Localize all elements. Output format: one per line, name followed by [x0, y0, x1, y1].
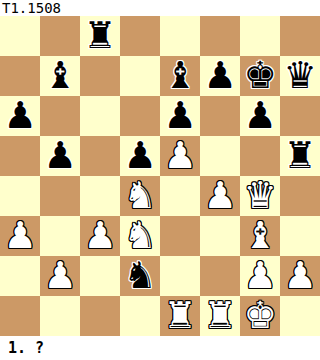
square-a5[interactable] — [0, 136, 40, 176]
square-b4[interactable] — [40, 176, 80, 216]
square-d4[interactable]: ♞ — [120, 176, 160, 216]
chess-trainer-window: T1.1508 ♜♝♝♟♚♛♟♟♟♟♟♟♜♞♟♛♟♟♞♝♟♞♟♟♜♜♚ 1. ? — [0, 0, 320, 360]
square-c3[interactable]: ♟ — [80, 216, 120, 256]
square-a2[interactable] — [0, 256, 40, 296]
square-f8[interactable] — [200, 16, 240, 56]
square-g1[interactable]: ♚ — [240, 296, 280, 336]
square-f2[interactable] — [200, 256, 240, 296]
square-b6[interactable] — [40, 96, 80, 136]
puzzle-id: T1.1508 — [0, 0, 320, 16]
chess-board: ♜♝♝♟♚♛♟♟♟♟♟♟♜♞♟♛♟♟♞♝♟♞♟♟♜♜♚ — [0, 16, 320, 336]
square-a7[interactable] — [0, 56, 40, 96]
square-d2[interactable]: ♞ — [120, 256, 160, 296]
piece-black-pawn: ♟ — [43, 136, 76, 176]
square-c5[interactable] — [80, 136, 120, 176]
square-a8[interactable] — [0, 16, 40, 56]
square-b5[interactable]: ♟ — [40, 136, 80, 176]
square-e7[interactable]: ♝ — [160, 56, 200, 96]
piece-white-pawn: ♟ — [43, 256, 76, 296]
piece-white-pawn: ♟ — [203, 176, 236, 216]
square-h6[interactable] — [280, 96, 320, 136]
square-f3[interactable] — [200, 216, 240, 256]
square-h7[interactable]: ♛ — [280, 56, 320, 96]
square-e8[interactable] — [160, 16, 200, 56]
square-g4[interactable]: ♛ — [240, 176, 280, 216]
square-c8[interactable]: ♜ — [80, 16, 120, 56]
square-b1[interactable] — [40, 296, 80, 336]
piece-black-pawn: ♟ — [163, 96, 196, 136]
square-h3[interactable] — [280, 216, 320, 256]
square-f7[interactable]: ♟ — [200, 56, 240, 96]
square-d7[interactable] — [120, 56, 160, 96]
square-d1[interactable] — [120, 296, 160, 336]
piece-black-bishop: ♝ — [43, 56, 76, 96]
square-e1[interactable]: ♜ — [160, 296, 200, 336]
piece-white-queen: ♛ — [243, 176, 276, 216]
piece-white-bishop: ♝ — [243, 216, 276, 256]
square-b2[interactable]: ♟ — [40, 256, 80, 296]
piece-white-rook: ♜ — [203, 296, 236, 336]
square-g7[interactable]: ♚ — [240, 56, 280, 96]
square-b3[interactable] — [40, 216, 80, 256]
piece-white-king: ♚ — [243, 296, 276, 336]
piece-white-rook: ♜ — [163, 296, 196, 336]
square-d3[interactable]: ♞ — [120, 216, 160, 256]
square-h2[interactable]: ♟ — [280, 256, 320, 296]
square-c1[interactable] — [80, 296, 120, 336]
square-a4[interactable] — [0, 176, 40, 216]
square-g2[interactable]: ♟ — [240, 256, 280, 296]
piece-white-knight: ♞ — [123, 216, 156, 256]
square-g8[interactable] — [240, 16, 280, 56]
square-f5[interactable] — [200, 136, 240, 176]
square-f4[interactable]: ♟ — [200, 176, 240, 216]
piece-white-pawn: ♟ — [163, 136, 196, 176]
piece-black-king: ♚ — [243, 56, 276, 96]
square-e2[interactable] — [160, 256, 200, 296]
square-a6[interactable]: ♟ — [0, 96, 40, 136]
square-d6[interactable] — [120, 96, 160, 136]
square-c2[interactable] — [80, 256, 120, 296]
square-a3[interactable]: ♟ — [0, 216, 40, 256]
square-e4[interactable] — [160, 176, 200, 216]
move-prompt: 1. ? — [0, 336, 320, 360]
piece-white-pawn: ♟ — [283, 256, 316, 296]
square-g6[interactable]: ♟ — [240, 96, 280, 136]
square-c4[interactable] — [80, 176, 120, 216]
piece-black-bishop: ♝ — [163, 56, 196, 96]
square-g5[interactable] — [240, 136, 280, 176]
square-h4[interactable] — [280, 176, 320, 216]
square-b8[interactable] — [40, 16, 80, 56]
square-h8[interactable] — [280, 16, 320, 56]
piece-black-rook: ♜ — [283, 136, 316, 176]
square-b7[interactable]: ♝ — [40, 56, 80, 96]
piece-black-knight: ♞ — [123, 256, 156, 296]
square-h5[interactable]: ♜ — [280, 136, 320, 176]
square-a1[interactable] — [0, 296, 40, 336]
piece-black-rook: ♜ — [83, 16, 116, 56]
square-g3[interactable]: ♝ — [240, 216, 280, 256]
piece-white-knight: ♞ — [123, 176, 156, 216]
square-f6[interactable] — [200, 96, 240, 136]
piece-white-pawn: ♟ — [243, 256, 276, 296]
piece-black-pawn: ♟ — [123, 136, 156, 176]
square-h1[interactable] — [280, 296, 320, 336]
square-c7[interactable] — [80, 56, 120, 96]
piece-white-pawn: ♟ — [3, 216, 36, 256]
square-e3[interactable] — [160, 216, 200, 256]
square-c6[interactable] — [80, 96, 120, 136]
piece-black-pawn: ♟ — [203, 56, 236, 96]
square-e6[interactable]: ♟ — [160, 96, 200, 136]
piece-black-pawn: ♟ — [3, 96, 36, 136]
piece-white-pawn: ♟ — [83, 216, 116, 256]
square-f1[interactable]: ♜ — [200, 296, 240, 336]
square-d5[interactable]: ♟ — [120, 136, 160, 176]
piece-black-queen: ♛ — [283, 56, 316, 96]
square-d8[interactable] — [120, 16, 160, 56]
piece-black-pawn: ♟ — [243, 96, 276, 136]
square-e5[interactable]: ♟ — [160, 136, 200, 176]
